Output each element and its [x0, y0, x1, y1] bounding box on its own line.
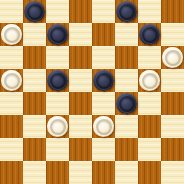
square-d7[interactable] [69, 23, 92, 46]
black-man-c5[interactable] [47, 70, 68, 91]
white-man-g5[interactable] [139, 70, 160, 91]
square-f1[interactable] [115, 161, 138, 184]
square-e4[interactable] [92, 92, 115, 115]
square-h1[interactable] [161, 161, 184, 184]
square-d6[interactable] [69, 46, 92, 69]
square-c8[interactable] [46, 0, 69, 23]
square-f3[interactable] [115, 115, 138, 138]
black-man-g7[interactable] [139, 24, 160, 45]
white-man-c3[interactable] [47, 116, 68, 137]
square-e8[interactable] [92, 0, 115, 23]
square-d3[interactable] [69, 115, 92, 138]
black-man-f4[interactable] [116, 93, 137, 114]
square-c2[interactable] [46, 138, 69, 161]
checkers-board [0, 0, 184, 184]
square-h4[interactable] [161, 92, 184, 115]
square-a3[interactable] [0, 115, 23, 138]
square-d8[interactable] [69, 0, 92, 23]
square-g6[interactable] [138, 46, 161, 69]
black-man-b8[interactable] [24, 1, 45, 22]
square-c6[interactable] [46, 46, 69, 69]
square-f7[interactable] [115, 23, 138, 46]
black-man-f8[interactable] [116, 1, 137, 22]
square-c1[interactable] [46, 161, 69, 184]
black-man-c7[interactable] [47, 24, 68, 45]
square-b6[interactable] [23, 46, 46, 69]
square-f5[interactable] [115, 69, 138, 92]
square-d2[interactable] [69, 138, 92, 161]
square-f6[interactable] [115, 46, 138, 69]
square-b5[interactable] [23, 69, 46, 92]
square-f2[interactable] [115, 138, 138, 161]
square-d1[interactable] [69, 161, 92, 184]
square-b2[interactable] [23, 138, 46, 161]
square-a1[interactable] [0, 161, 23, 184]
square-g4[interactable] [138, 92, 161, 115]
square-a8[interactable] [0, 0, 23, 23]
square-h5[interactable] [161, 69, 184, 92]
square-b7[interactable] [23, 23, 46, 46]
square-d4[interactable] [69, 92, 92, 115]
square-e2[interactable] [92, 138, 115, 161]
square-e6[interactable] [92, 46, 115, 69]
square-h8[interactable] [161, 0, 184, 23]
white-man-e3[interactable] [93, 116, 114, 137]
square-g3[interactable] [138, 115, 161, 138]
white-man-a5[interactable] [1, 70, 22, 91]
square-c4[interactable] [46, 92, 69, 115]
square-g1[interactable] [138, 161, 161, 184]
white-man-h6[interactable] [162, 47, 183, 68]
square-b4[interactable] [23, 92, 46, 115]
black-man-e5[interactable] [93, 70, 114, 91]
square-b1[interactable] [23, 161, 46, 184]
square-g2[interactable] [138, 138, 161, 161]
square-b3[interactable] [23, 115, 46, 138]
square-g8[interactable] [138, 0, 161, 23]
square-d5[interactable] [69, 69, 92, 92]
square-a2[interactable] [0, 138, 23, 161]
square-a4[interactable] [0, 92, 23, 115]
square-h7[interactable] [161, 23, 184, 46]
square-a6[interactable] [0, 46, 23, 69]
square-h3[interactable] [161, 115, 184, 138]
square-h2[interactable] [161, 138, 184, 161]
white-man-a7[interactable] [1, 24, 22, 45]
square-e7[interactable] [92, 23, 115, 46]
square-e1[interactable] [92, 161, 115, 184]
